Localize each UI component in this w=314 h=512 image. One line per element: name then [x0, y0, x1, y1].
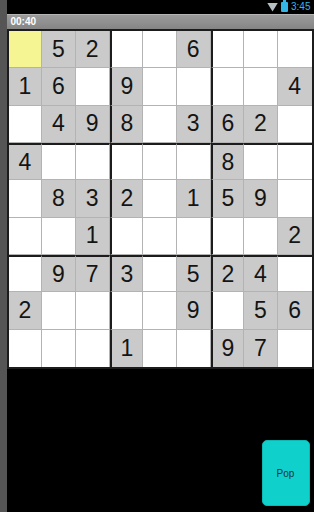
cell-r1c3[interactable]: 2 [76, 31, 110, 68]
cell-r2c2[interactable]: 6 [42, 68, 76, 105]
cell-r5c6[interactable]: 1 [177, 180, 211, 217]
wifi-icon [267, 3, 278, 12]
cell-r4c3[interactable] [76, 143, 110, 180]
cell-r6c9[interactable]: 2 [278, 218, 312, 255]
cell-r6c4[interactable] [110, 218, 144, 255]
cell-r8c9[interactable]: 6 [278, 292, 312, 329]
cell-r5c3[interactable]: 3 [76, 180, 110, 217]
cell-r8c1[interactable]: 2 [9, 292, 43, 329]
cell-r7c4[interactable]: 3 [110, 255, 144, 292]
pop-button[interactable]: Pop [262, 440, 310, 506]
cell-r8c7[interactable] [211, 292, 245, 329]
cell-r6c6[interactable] [177, 218, 211, 255]
screen: 3:45 00:40 52616944983624883215912973524… [7, 0, 314, 512]
cell-r5c5[interactable] [143, 180, 177, 217]
cell-r2c4[interactable]: 9 [110, 68, 144, 105]
timer-bar: 00:40 [7, 14, 314, 29]
cell-r5c8[interactable]: 9 [244, 180, 278, 217]
cell-r2c3[interactable] [76, 68, 110, 105]
cell-r1c6[interactable]: 6 [177, 31, 211, 68]
cell-r4c7[interactable]: 8 [211, 143, 245, 180]
cell-r2c8[interactable] [244, 68, 278, 105]
cell-r3c4[interactable]: 8 [110, 106, 144, 143]
cell-r4c4[interactable] [110, 143, 144, 180]
cell-r1c1[interactable] [9, 31, 43, 68]
cell-r8c3[interactable] [76, 292, 110, 329]
cell-r1c9[interactable] [278, 31, 312, 68]
cell-r3c7[interactable]: 6 [211, 106, 245, 143]
cell-r3c2[interactable]: 4 [42, 106, 76, 143]
cell-r9c1[interactable] [9, 330, 43, 367]
cell-r7c5[interactable] [143, 255, 177, 292]
cell-r8c5[interactable] [143, 292, 177, 329]
cell-r4c2[interactable] [42, 143, 76, 180]
cell-r7c2[interactable]: 9 [42, 255, 76, 292]
cell-r9c6[interactable] [177, 330, 211, 367]
cell-r9c8[interactable]: 7 [244, 330, 278, 367]
cell-r4c8[interactable] [244, 143, 278, 180]
cell-r3c6[interactable]: 3 [177, 106, 211, 143]
cell-r4c6[interactable] [177, 143, 211, 180]
cell-r1c4[interactable] [110, 31, 144, 68]
cell-r8c2[interactable] [42, 292, 76, 329]
cell-r9c4[interactable]: 1 [110, 330, 144, 367]
cell-r9c2[interactable] [42, 330, 76, 367]
cell-r3c3[interactable]: 9 [76, 106, 110, 143]
cell-r2c1[interactable]: 1 [9, 68, 43, 105]
cell-r7c3[interactable]: 7 [76, 255, 110, 292]
cell-r3c9[interactable] [278, 106, 312, 143]
cell-r7c6[interactable]: 5 [177, 255, 211, 292]
cell-r2c7[interactable] [211, 68, 245, 105]
cell-r4c1[interactable]: 4 [9, 143, 43, 180]
cell-r3c8[interactable]: 2 [244, 106, 278, 143]
cell-r7c8[interactable]: 4 [244, 255, 278, 292]
cell-r4c5[interactable] [143, 143, 177, 180]
cell-r9c7[interactable]: 9 [211, 330, 245, 367]
cell-r7c1[interactable] [9, 255, 43, 292]
cell-r5c7[interactable]: 5 [211, 180, 245, 217]
cell-r9c3[interactable] [76, 330, 110, 367]
cell-r9c9[interactable] [278, 330, 312, 367]
cell-r4c9[interactable] [278, 143, 312, 180]
elapsed-time: 00:40 [11, 16, 37, 27]
cell-r8c6[interactable]: 9 [177, 292, 211, 329]
cell-r7c7[interactable]: 2 [211, 255, 245, 292]
cell-r6c2[interactable] [42, 218, 76, 255]
cell-r9c5[interactable] [143, 330, 177, 367]
sudoku-board: 526169449836248832159129735242956197 [7, 29, 314, 369]
cell-r5c2[interactable]: 8 [42, 180, 76, 217]
status-time: 3:45 [291, 0, 310, 14]
cell-r1c5[interactable] [143, 31, 177, 68]
cell-r6c5[interactable] [143, 218, 177, 255]
cell-r2c9[interactable]: 4 [278, 68, 312, 105]
cell-r8c8[interactable]: 5 [244, 292, 278, 329]
cell-r6c1[interactable] [9, 218, 43, 255]
cell-r1c2[interactable]: 5 [42, 31, 76, 68]
cell-r2c5[interactable] [143, 68, 177, 105]
cell-r7c9[interactable] [278, 255, 312, 292]
battery-icon [281, 2, 288, 12]
cell-r5c9[interactable] [278, 180, 312, 217]
cell-r3c1[interactable] [9, 106, 43, 143]
cell-r6c3[interactable]: 1 [76, 218, 110, 255]
cell-r8c4[interactable] [110, 292, 144, 329]
cell-r2c6[interactable] [177, 68, 211, 105]
cell-r1c7[interactable] [211, 31, 245, 68]
bottom-panel: Pop [7, 369, 314, 512]
cell-r6c8[interactable] [244, 218, 278, 255]
cell-r5c1[interactable] [9, 180, 43, 217]
cell-r5c4[interactable]: 2 [110, 180, 144, 217]
cell-r3c5[interactable] [143, 106, 177, 143]
cell-r1c8[interactable] [244, 31, 278, 68]
status-bar: 3:45 [7, 0, 314, 14]
cell-r6c7[interactable] [211, 218, 245, 255]
